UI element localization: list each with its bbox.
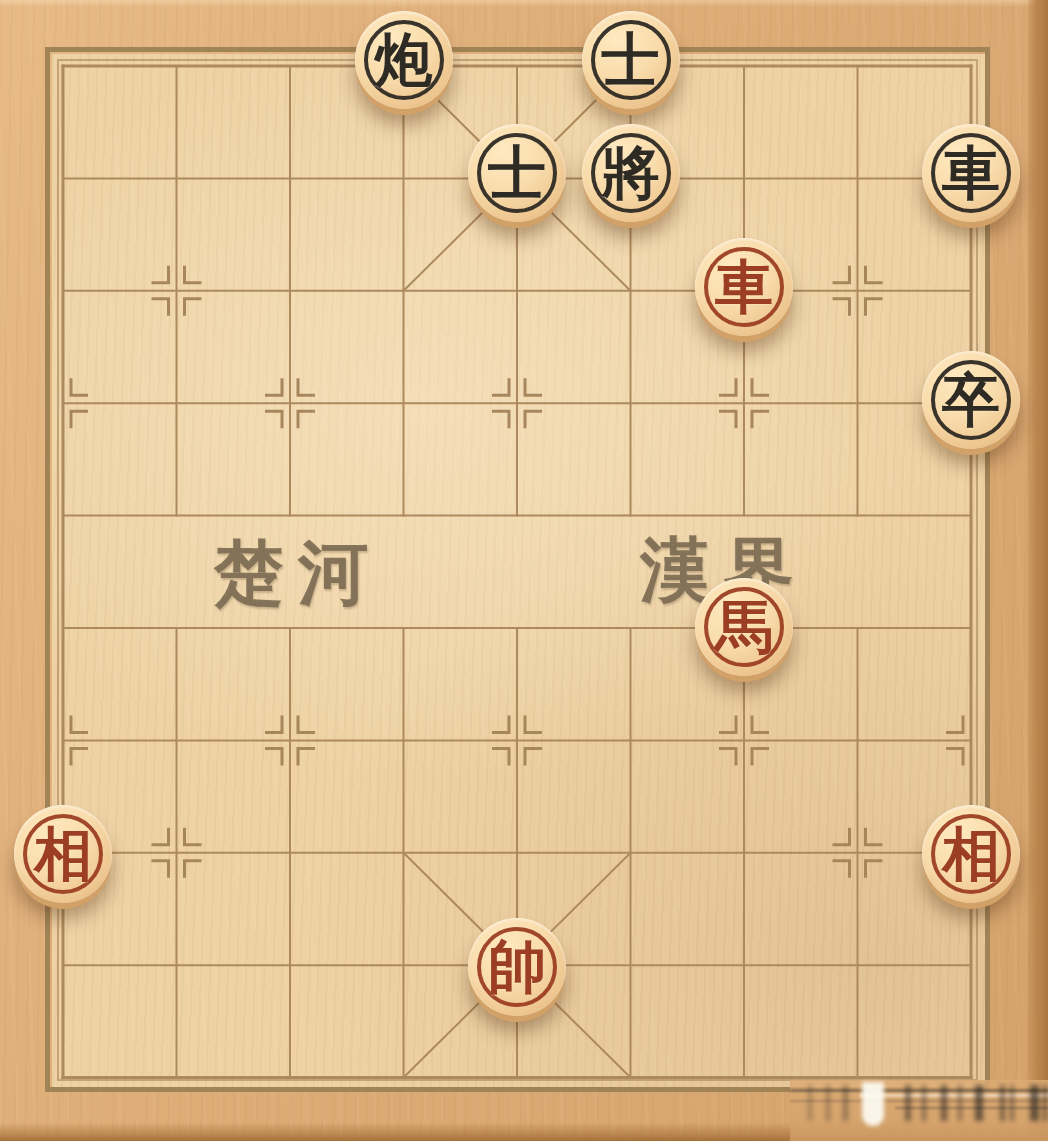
piece-red-general[interactable]: 帥: [468, 918, 566, 1016]
piece-glyph: 車: [715, 258, 773, 316]
piece-black-cannon[interactable]: 炮: [355, 11, 453, 109]
piece-red-horse[interactable]: 馬: [695, 578, 793, 676]
piece-black-general[interactable]: 將: [582, 124, 680, 222]
piece-glyph: 將: [602, 144, 660, 202]
piece-glyph: 車: [942, 144, 1000, 202]
piece-black-advisor-1[interactable]: 士: [582, 11, 680, 109]
piece-glyph: 炮: [375, 31, 433, 89]
xiangqi-app: { "game": "xiangqi", "board": { "files":…: [0, 0, 1048, 1141]
piece-black-pawn[interactable]: 卒: [922, 351, 1020, 449]
piece-glyph: 帥: [488, 938, 546, 996]
piece-black-chariot[interactable]: 車: [922, 124, 1020, 222]
piece-red-elephant-right[interactable]: 相: [922, 805, 1020, 903]
piece-glyph: 士: [602, 31, 660, 89]
piece-glyph: 相: [34, 825, 92, 883]
pieces-layer: 炮士士將車卒車馬相相帥: [0, 0, 1048, 1141]
piece-black-advisor-2[interactable]: 士: [468, 124, 566, 222]
piece-red-chariot[interactable]: 車: [695, 238, 793, 336]
piece-red-elephant-left[interactable]: 相: [14, 805, 112, 903]
piece-glyph: 相: [942, 825, 1000, 883]
piece-glyph: 士: [488, 144, 546, 202]
piece-glyph: 馬: [715, 598, 773, 656]
piece-glyph: 卒: [942, 371, 1000, 429]
